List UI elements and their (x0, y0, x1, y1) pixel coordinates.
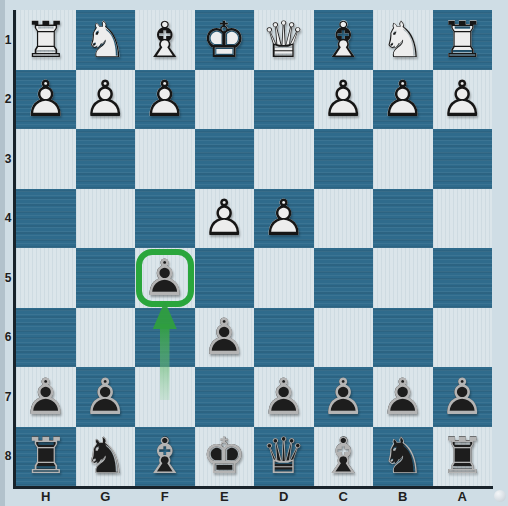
piece-white-rook[interactable]: ♜♖ (16, 10, 76, 70)
square-b8[interactable]: ♞♘ (373, 427, 433, 487)
square-b3[interactable] (373, 129, 433, 189)
square-d2[interactable] (254, 70, 314, 130)
square-a5[interactable] (433, 248, 493, 308)
piece-white-pawn[interactable]: ♟♙ (314, 70, 374, 130)
square-b5[interactable] (373, 248, 433, 308)
square-f1[interactable]: ♝♗ (135, 10, 195, 70)
piece-outline: ♘ (76, 10, 136, 70)
square-h3[interactable] (16, 129, 76, 189)
square-d8[interactable]: ♛♕ (254, 427, 314, 487)
piece-white-pawn[interactable]: ♟♙ (135, 70, 195, 130)
piece-outline: ♙ (16, 367, 76, 427)
square-e2[interactable] (195, 70, 255, 130)
square-a3[interactable] (433, 129, 493, 189)
file-label: H (16, 488, 76, 504)
piece-black-knight[interactable]: ♞♘ (76, 427, 136, 487)
square-h5[interactable] (16, 248, 76, 308)
piece-outline: ♗ (314, 427, 374, 487)
piece-outline: ♙ (76, 70, 136, 130)
square-f6[interactable] (135, 308, 195, 368)
piece-outline: ♙ (135, 70, 195, 130)
square-c4[interactable] (314, 189, 374, 249)
square-a2[interactable]: ♟♙ (433, 70, 493, 130)
piece-outline: ♙ (314, 70, 374, 130)
square-c5[interactable] (314, 248, 374, 308)
square-e1[interactable]: ♚♔ (195, 10, 255, 70)
corner-dot-icon (494, 490, 506, 502)
piece-black-pawn[interactable]: ♟♙ (314, 367, 374, 427)
piece-outline: ♙ (76, 367, 136, 427)
piece-outline: ♘ (76, 427, 136, 487)
piece-black-pawn[interactable]: ♟♙ (433, 367, 493, 427)
piece-white-king[interactable]: ♚♔ (195, 10, 255, 70)
square-f4[interactable] (135, 189, 195, 249)
piece-black-knight[interactable]: ♞♘ (373, 427, 433, 487)
square-c2[interactable]: ♟♙ (314, 70, 374, 130)
square-g1[interactable]: ♞♘ (76, 10, 136, 70)
piece-outline: ♙ (195, 308, 255, 368)
piece-black-pawn[interactable]: ♟♙ (254, 367, 314, 427)
piece-outline: ♖ (433, 10, 493, 70)
square-e6[interactable]: ♟♙ (195, 308, 255, 368)
square-a8[interactable]: ♜♖ (433, 427, 493, 487)
piece-black-rook[interactable]: ♜♖ (16, 427, 76, 487)
piece-white-pawn[interactable]: ♟♙ (195, 189, 255, 249)
piece-black-pawn[interactable]: ♟♙ (16, 367, 76, 427)
square-d4[interactable]: ♟♙ (254, 189, 314, 249)
piece-black-rook[interactable]: ♜♖ (433, 427, 493, 487)
square-d1[interactable]: ♛♕ (254, 10, 314, 70)
square-c1[interactable]: ♝♗ (314, 10, 374, 70)
square-b6[interactable] (373, 308, 433, 368)
file-label: C (314, 488, 374, 504)
square-d5[interactable] (254, 248, 314, 308)
square-g2[interactable]: ♟♙ (76, 70, 136, 130)
piece-black-bishop[interactable]: ♝♗ (135, 427, 195, 487)
piece-white-pawn[interactable]: ♟♙ (16, 70, 76, 130)
square-c8[interactable]: ♝♗ (314, 427, 374, 487)
square-c7[interactable]: ♟♙ (314, 367, 374, 427)
square-h8[interactable]: ♜♖ (16, 427, 76, 487)
square-a1[interactable]: ♜♖ (433, 10, 493, 70)
piece-white-pawn[interactable]: ♟♙ (433, 70, 493, 130)
piece-white-pawn[interactable]: ♟♙ (254, 189, 314, 249)
square-d6[interactable] (254, 308, 314, 368)
square-e7[interactable] (195, 367, 255, 427)
piece-outline: ♙ (373, 367, 433, 427)
square-b1[interactable]: ♞♘ (373, 10, 433, 70)
piece-black-king[interactable]: ♚♔ (195, 427, 255, 487)
piece-white-pawn[interactable]: ♟♙ (76, 70, 136, 130)
square-f8[interactable]: ♝♗ (135, 427, 195, 487)
piece-outline: ♕ (254, 427, 314, 487)
square-g7[interactable]: ♟♙ (76, 367, 136, 427)
piece-outline: ♗ (314, 10, 374, 70)
piece-outline: ♙ (433, 367, 493, 427)
square-g6[interactable] (76, 308, 136, 368)
move-highlight (136, 249, 194, 307)
square-a4[interactable] (433, 189, 493, 249)
square-e8[interactable]: ♚♔ (195, 427, 255, 487)
square-d3[interactable] (254, 129, 314, 189)
piece-outline: ♙ (195, 189, 255, 249)
file-label: E (195, 488, 255, 504)
piece-outline: ♖ (433, 427, 493, 487)
board: ♜♖♞♘♝♗♚♔♛♕♝♗♞♘♜♖♟♙♟♙♟♙♟♙♟♙♟♙♟♙♟♙♟♙♟♙♟♙♟♙… (16, 10, 492, 486)
piece-black-bishop[interactable]: ♝♗ (314, 427, 374, 487)
file-label: F (135, 488, 195, 504)
square-e3[interactable] (195, 129, 255, 189)
square-a6[interactable] (433, 308, 493, 368)
square-f5[interactable]: ♟♙ (135, 248, 195, 308)
file-label: G (76, 488, 136, 504)
piece-white-knight[interactable]: ♞♘ (373, 10, 433, 70)
board-border-left (13, 10, 16, 489)
square-a7[interactable]: ♟♙ (433, 367, 493, 427)
piece-outline: ♔ (195, 10, 255, 70)
piece-outline: ♔ (195, 427, 255, 487)
piece-outline: ♕ (254, 10, 314, 70)
square-b7[interactable]: ♟♙ (373, 367, 433, 427)
piece-outline: ♙ (254, 189, 314, 249)
piece-outline: ♙ (314, 367, 374, 427)
square-h2[interactable]: ♟♙ (16, 70, 76, 130)
file-labels: HGFEDCBA (16, 488, 492, 504)
file-label: D (254, 488, 314, 504)
piece-outline: ♙ (373, 70, 433, 130)
piece-white-bishop[interactable]: ♝♗ (314, 10, 374, 70)
square-e4[interactable]: ♟♙ (195, 189, 255, 249)
square-e5[interactable] (195, 248, 255, 308)
piece-outline: ♘ (373, 427, 433, 487)
piece-outline: ♙ (16, 70, 76, 130)
piece-black-pawn[interactable]: ♟♙ (373, 367, 433, 427)
file-label: B (373, 488, 433, 504)
square-h7[interactable]: ♟♙ (16, 367, 76, 427)
page: 12345678 ♜♖♞♘♝♗♚♔♛♕♝♗♞♘♜♖♟♙♟♙♟♙♟♙♟♙♟♙♟♙♟… (0, 0, 508, 506)
piece-black-pawn[interactable]: ♟♙ (195, 308, 255, 368)
square-h4[interactable] (16, 189, 76, 249)
piece-black-queen[interactable]: ♛♕ (254, 427, 314, 487)
square-b4[interactable] (373, 189, 433, 249)
piece-outline: ♙ (254, 367, 314, 427)
piece-white-pawn[interactable]: ♟♙ (373, 70, 433, 130)
square-h1[interactable]: ♜♖ (16, 10, 76, 70)
square-g3[interactable] (76, 129, 136, 189)
piece-white-rook[interactable]: ♜♖ (433, 10, 493, 70)
piece-outline: ♗ (135, 10, 195, 70)
piece-white-knight[interactable]: ♞♘ (76, 10, 136, 70)
piece-outline: ♖ (16, 427, 76, 487)
square-b2[interactable]: ♟♙ (373, 70, 433, 130)
square-g4[interactable] (76, 189, 136, 249)
piece-outline: ♗ (135, 427, 195, 487)
square-d7[interactable]: ♟♙ (254, 367, 314, 427)
piece-black-pawn[interactable]: ♟♙ (76, 367, 136, 427)
piece-white-bishop[interactable]: ♝♗ (135, 10, 195, 70)
piece-outline: ♙ (433, 70, 493, 130)
square-f2[interactable]: ♟♙ (135, 70, 195, 130)
square-f7[interactable] (135, 367, 195, 427)
piece-outline: ♖ (16, 10, 76, 70)
square-c6[interactable] (314, 308, 374, 368)
file-label: A (433, 488, 493, 504)
square-g8[interactable]: ♞♘ (76, 427, 136, 487)
piece-outline: ♘ (373, 10, 433, 70)
piece-white-queen[interactable]: ♛♕ (254, 10, 314, 70)
square-f3[interactable] (135, 129, 195, 189)
square-c3[interactable] (314, 129, 374, 189)
square-g5[interactable] (76, 248, 136, 308)
square-h6[interactable] (16, 308, 76, 368)
